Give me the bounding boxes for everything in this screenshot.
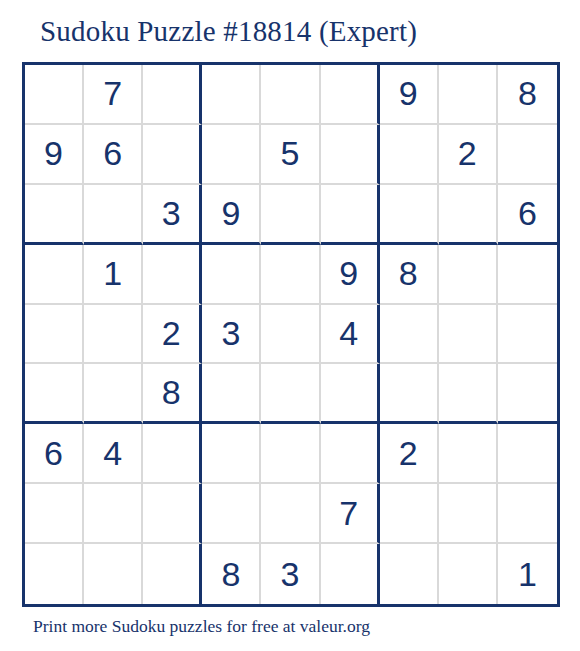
footer-credit: Print more Sudoku puzzles for free at va… (33, 616, 370, 637)
sudoku-cell[interactable] (143, 125, 202, 185)
sudoku-cell[interactable] (321, 544, 380, 604)
sudoku-cell[interactable] (261, 424, 320, 484)
sudoku-cell[interactable] (261, 245, 320, 305)
sudoku-cell[interactable] (439, 245, 498, 305)
sudoku-cell[interactable]: 2 (143, 305, 202, 365)
sudoku-cell[interactable] (143, 245, 202, 305)
sudoku-cell[interactable]: 4 (321, 305, 380, 365)
sudoku-cell[interactable] (498, 364, 557, 424)
sudoku-cell[interactable] (261, 65, 320, 125)
sudoku-cell[interactable]: 1 (498, 544, 557, 604)
sudoku-cell[interactable]: 3 (202, 305, 261, 365)
sudoku-cell[interactable]: 8 (202, 544, 261, 604)
sudoku-cell[interactable]: 9 (202, 185, 261, 245)
sudoku-cell[interactable] (439, 484, 498, 544)
sudoku-cell[interactable]: 2 (380, 424, 439, 484)
sudoku-cell[interactable] (202, 364, 261, 424)
sudoku-cell[interactable] (498, 484, 557, 544)
sudoku-cell[interactable] (25, 364, 84, 424)
sudoku-cell[interactable] (143, 484, 202, 544)
sudoku-cell[interactable]: 5 (261, 125, 320, 185)
sudoku-cell[interactable] (25, 65, 84, 125)
sudoku-cell[interactable] (261, 364, 320, 424)
sudoku-cell[interactable]: 7 (84, 65, 143, 125)
sudoku-cell[interactable] (25, 245, 84, 305)
sudoku-cell[interactable]: 7 (321, 484, 380, 544)
sudoku-cell[interactable] (261, 305, 320, 365)
sudoku-cell[interactable] (321, 65, 380, 125)
sudoku-cell[interactable] (380, 364, 439, 424)
puzzle-title: Sudoku Puzzle #18814 (Expert) (40, 15, 417, 48)
sudoku-cell[interactable] (321, 364, 380, 424)
sudoku-cell[interactable] (84, 185, 143, 245)
sudoku-cell[interactable] (439, 424, 498, 484)
sudoku-cell[interactable]: 6 (498, 185, 557, 245)
sudoku-cell[interactable] (202, 65, 261, 125)
sudoku-cell[interactable]: 9 (380, 65, 439, 125)
sudoku-cell[interactable] (25, 185, 84, 245)
sudoku-cell[interactable]: 4 (84, 424, 143, 484)
sudoku-cell[interactable]: 9 (25, 125, 84, 185)
sudoku-cell[interactable] (143, 544, 202, 604)
sudoku-cell[interactable] (439, 185, 498, 245)
sudoku-cell[interactable]: 6 (25, 424, 84, 484)
sudoku-cell[interactable] (439, 544, 498, 604)
sudoku-cell[interactable] (380, 305, 439, 365)
sudoku-cell[interactable] (321, 125, 380, 185)
sudoku-cell[interactable] (498, 305, 557, 365)
sudoku-cell[interactable] (380, 484, 439, 544)
sudoku-cell[interactable] (143, 65, 202, 125)
sudoku-cell[interactable] (439, 65, 498, 125)
sudoku-cell[interactable] (498, 245, 557, 305)
sudoku-cell[interactable] (25, 484, 84, 544)
sudoku-cell[interactable] (498, 125, 557, 185)
sudoku-cell[interactable]: 9 (321, 245, 380, 305)
sudoku-cell[interactable] (202, 245, 261, 305)
sudoku-cell[interactable] (202, 125, 261, 185)
sudoku-cell[interactable] (380, 125, 439, 185)
sudoku-cell[interactable]: 3 (143, 185, 202, 245)
sudoku-cell[interactable] (380, 544, 439, 604)
sudoku-cell[interactable] (25, 544, 84, 604)
sudoku-cell[interactable] (439, 364, 498, 424)
sudoku-cell[interactable] (261, 185, 320, 245)
sudoku-cell[interactable] (84, 484, 143, 544)
sudoku-cell[interactable] (321, 424, 380, 484)
sudoku-cell[interactable] (380, 185, 439, 245)
sudoku-cell[interactable] (498, 424, 557, 484)
sudoku-cell[interactable] (202, 484, 261, 544)
sudoku-cell[interactable]: 3 (261, 544, 320, 604)
sudoku-board: 798965239619823486427831 (22, 62, 560, 607)
sudoku-cell[interactable]: 8 (498, 65, 557, 125)
sudoku-cell[interactable] (84, 364, 143, 424)
sudoku-cell[interactable] (439, 305, 498, 365)
sudoku-cell[interactable]: 6 (84, 125, 143, 185)
sudoku-cell[interactable]: 8 (143, 364, 202, 424)
sudoku-cell[interactable] (143, 424, 202, 484)
sudoku-cell[interactable] (202, 424, 261, 484)
sudoku-cell[interactable] (261, 484, 320, 544)
sudoku-cell[interactable] (321, 185, 380, 245)
sudoku-cell[interactable]: 2 (439, 125, 498, 185)
sudoku-cell[interactable]: 8 (380, 245, 439, 305)
sudoku-cell[interactable]: 1 (84, 245, 143, 305)
sudoku-cell[interactable] (84, 544, 143, 604)
sudoku-cell[interactable] (84, 305, 143, 365)
sudoku-cell[interactable] (25, 305, 84, 365)
